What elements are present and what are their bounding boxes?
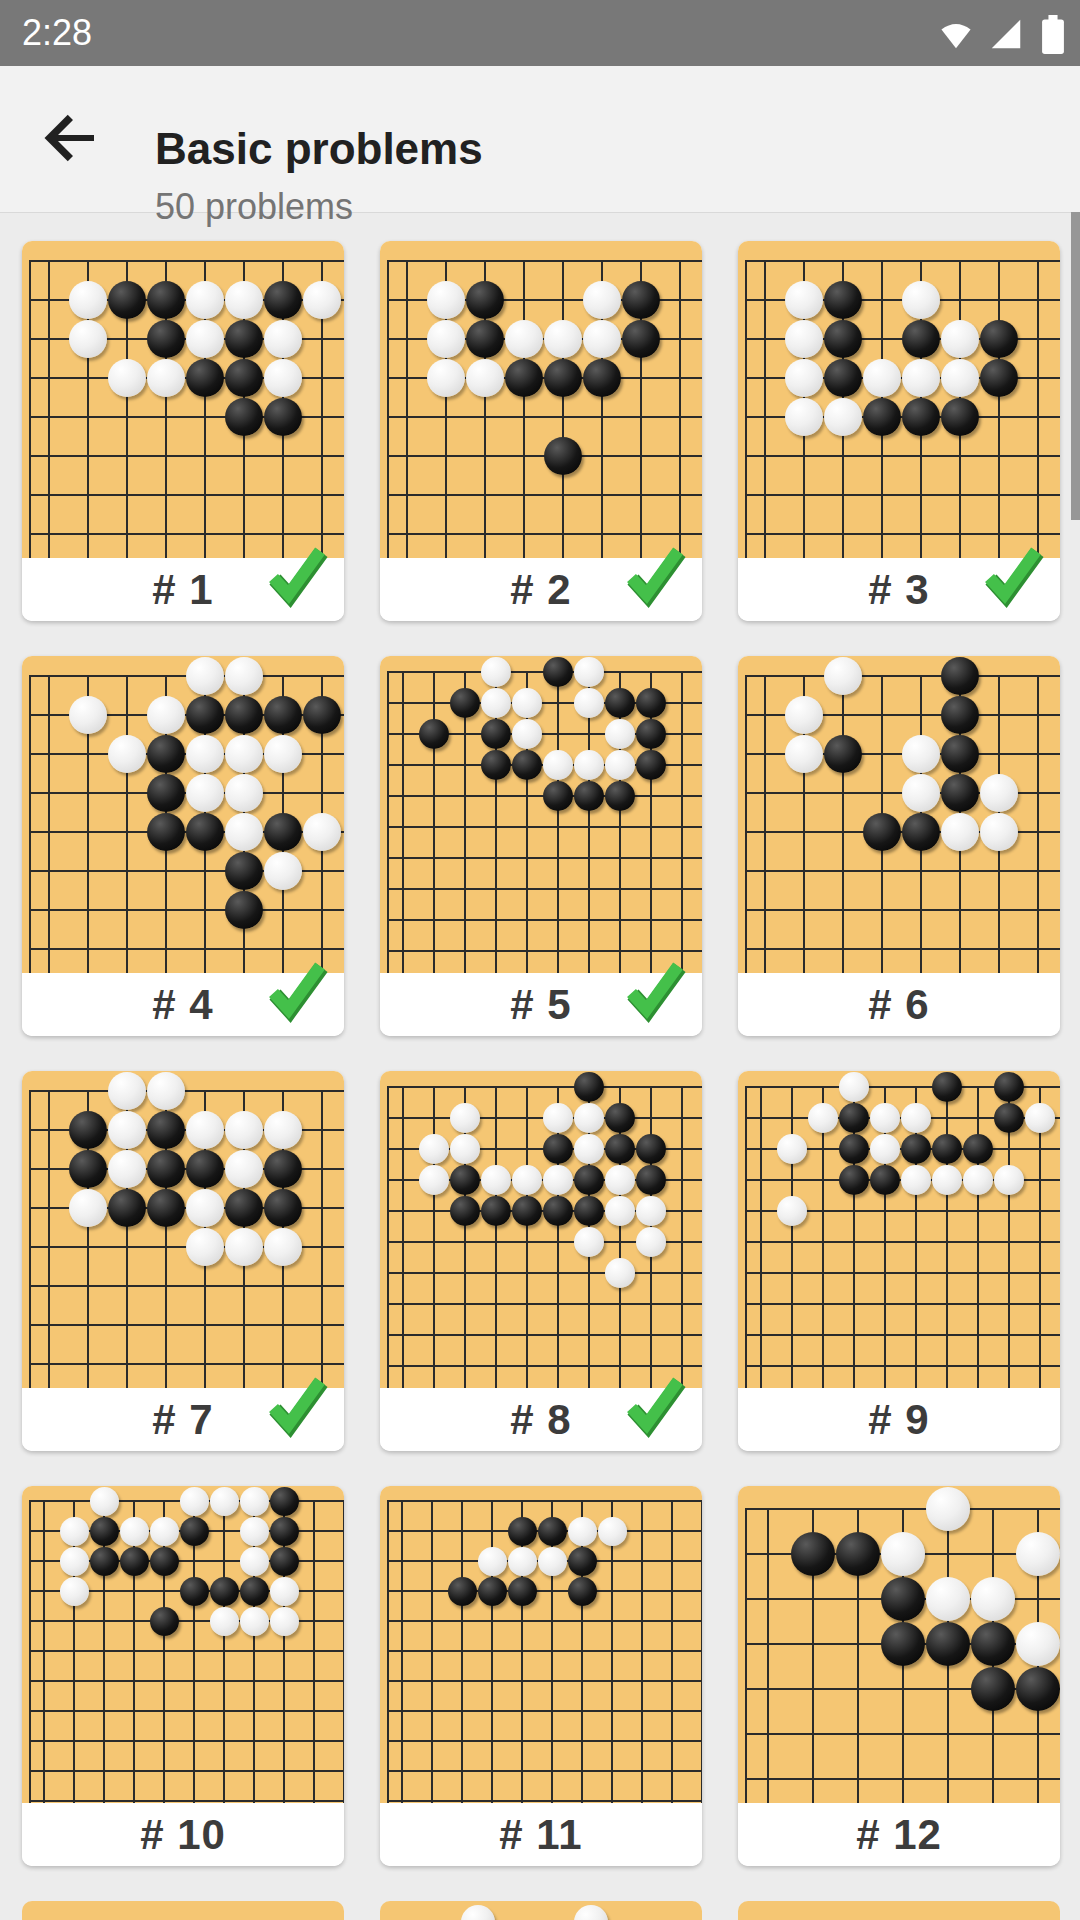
white-stone	[108, 1072, 146, 1110]
go-board	[22, 1486, 344, 1803]
problem-strip: # 12	[738, 1803, 1060, 1866]
black-stone	[186, 359, 224, 397]
white-stone	[69, 320, 107, 358]
grid-line	[387, 1500, 702, 1502]
black-stone	[583, 359, 621, 397]
problem-grid: # 1# 2# 3# 4# 5# 6# 7# 8# 9# 10# 11# 12	[0, 212, 1080, 1920]
board-edge-line	[387, 672, 389, 974]
board-edge-line	[745, 1087, 747, 1389]
white-stone	[186, 774, 224, 812]
white-stone	[512, 719, 542, 749]
board-edge-line	[29, 1501, 31, 1803]
white-stone	[605, 1196, 635, 1226]
problem-label: # 4	[152, 981, 213, 1029]
grid-line	[791, 1086, 793, 1389]
grid-line	[745, 870, 1060, 872]
white-stone	[785, 320, 823, 358]
black-stone	[839, 1165, 869, 1195]
board-edge-line	[29, 1091, 31, 1389]
grid-line	[1037, 260, 1039, 559]
white-stone	[512, 1165, 542, 1195]
grid-line	[29, 1285, 344, 1287]
white-stone	[505, 320, 543, 358]
white-stone	[270, 1607, 299, 1636]
white-stone	[450, 1134, 480, 1164]
grid-line	[387, 1272, 702, 1274]
grid-line	[495, 1086, 497, 1389]
board-edge-line	[387, 261, 389, 559]
black-stone	[839, 1103, 869, 1133]
white-stone	[186, 1228, 224, 1266]
white-stone	[186, 281, 224, 319]
white-stone	[636, 1196, 666, 1226]
white-stone	[508, 1547, 537, 1576]
solved-check-icon	[618, 1369, 690, 1441]
black-stone	[994, 1103, 1024, 1133]
black-stone	[147, 774, 185, 812]
white-stone	[186, 1111, 224, 1149]
black-stone	[270, 1547, 299, 1576]
white-stone	[902, 735, 940, 773]
white-stone	[108, 1111, 146, 1149]
grid-line	[387, 1590, 702, 1592]
white-stone	[636, 1227, 666, 1257]
black-stone	[147, 320, 185, 358]
grid-line	[387, 1086, 702, 1088]
white-stone	[210, 1607, 239, 1636]
black-stone	[941, 774, 979, 812]
white-stone	[225, 1150, 263, 1188]
black-stone	[791, 1532, 835, 1576]
black-stone	[543, 1196, 573, 1226]
black-stone	[605, 1103, 635, 1133]
black-stone	[69, 1111, 107, 1149]
problem-card-partial[interactable]	[22, 1901, 344, 1920]
black-stone	[186, 696, 224, 734]
white-stone	[574, 1134, 604, 1164]
black-stone	[225, 696, 263, 734]
black-stone	[543, 1134, 573, 1164]
white-stone	[926, 1577, 970, 1621]
grid-line	[29, 1710, 344, 1712]
grid-line	[745, 494, 1060, 496]
grid-line	[29, 1650, 344, 1652]
white-stone	[980, 813, 1018, 851]
status-bar: 2:28	[0, 0, 1080, 66]
black-stone	[180, 1577, 209, 1606]
black-stone	[824, 735, 862, 773]
black-stone	[120, 1547, 149, 1576]
grid-line	[998, 260, 1000, 559]
board-edge-line	[29, 676, 31, 974]
black-stone	[147, 813, 185, 851]
black-stone	[605, 1134, 635, 1164]
white-stone	[69, 1189, 107, 1227]
white-stone	[108, 1150, 146, 1188]
clock: 2:28	[22, 12, 92, 54]
white-stone	[808, 1103, 838, 1133]
board-edge-line	[387, 1087, 389, 1389]
black-stone	[225, 852, 263, 890]
problem-card-11[interactable]: # 11	[380, 1486, 702, 1866]
black-stone	[450, 1165, 480, 1195]
white-stone	[605, 1165, 635, 1195]
black-stone	[839, 1134, 869, 1164]
white-stone	[90, 1487, 119, 1516]
black-stone	[466, 320, 504, 358]
black-stone	[147, 1189, 185, 1227]
problem-label: # 10	[140, 1811, 226, 1859]
white-stone	[941, 813, 979, 851]
grid-line	[946, 1086, 948, 1389]
problem-label: # 9	[868, 1396, 929, 1444]
go-board	[738, 1071, 1060, 1388]
white-stone	[481, 688, 511, 718]
problem-label: # 2	[510, 566, 571, 614]
black-stone	[303, 696, 341, 734]
white-stone	[225, 735, 263, 773]
white-stone	[180, 1487, 209, 1516]
grid-line	[402, 671, 404, 974]
black-stone	[90, 1517, 119, 1546]
black-stone	[478, 1577, 507, 1606]
black-stone	[264, 1189, 302, 1227]
grid-line	[387, 1680, 702, 1682]
grid-line	[48, 1090, 50, 1389]
problem-card-1[interactable]: # 1	[22, 241, 344, 621]
white-stone	[574, 1227, 604, 1257]
black-stone	[264, 1150, 302, 1188]
battery-icon	[1040, 15, 1066, 55]
grid-line	[1037, 675, 1039, 974]
grid-line	[745, 1241, 1060, 1243]
grid-line	[29, 1090, 344, 1092]
white-stone	[481, 1165, 511, 1195]
grid-line	[745, 1365, 1060, 1367]
back-button[interactable]	[34, 102, 106, 174]
solved-check-icon	[260, 539, 332, 611]
black-stone	[264, 813, 302, 851]
grid-line	[29, 1740, 344, 1742]
white-stone	[574, 1103, 604, 1133]
white-stone	[902, 281, 940, 319]
problem-card-7[interactable]: # 7	[22, 1071, 344, 1451]
problem-strip: # 6	[738, 973, 1060, 1036]
grid-line	[387, 888, 702, 890]
grid-line	[745, 1272, 1060, 1274]
white-stone	[108, 735, 146, 773]
grid-line	[679, 260, 681, 559]
black-stone	[544, 437, 582, 475]
black-stone	[902, 320, 940, 358]
problem-label: # 5	[510, 981, 571, 1029]
white-stone	[574, 1905, 608, 1920]
white-stone	[785, 696, 823, 734]
white-stone	[60, 1577, 89, 1606]
white-stone	[1016, 1622, 1060, 1666]
go-board	[22, 241, 344, 558]
grid-line	[526, 1086, 528, 1389]
white-stone	[901, 1103, 931, 1133]
problem-card-12[interactable]: # 12	[738, 1486, 1060, 1866]
grid-line	[764, 260, 766, 559]
black-stone	[186, 813, 224, 851]
black-stone	[508, 1577, 537, 1606]
problem-card-8[interactable]: # 8	[380, 1071, 702, 1451]
black-stone	[481, 719, 511, 749]
white-stone	[926, 1487, 970, 1531]
white-stone	[264, 1228, 302, 1266]
white-stone	[544, 320, 582, 358]
problem-label: # 8	[510, 1396, 571, 1444]
black-stone	[538, 1517, 567, 1546]
page-title: Basic problems	[155, 124, 483, 174]
white-stone	[863, 359, 901, 397]
problem-card-4[interactable]: # 4	[22, 656, 344, 1036]
problem-label: # 3	[868, 566, 929, 614]
black-stone	[881, 1577, 925, 1621]
white-stone	[419, 1134, 449, 1164]
black-stone	[150, 1547, 179, 1576]
grid-line	[387, 1710, 702, 1712]
white-stone	[543, 1165, 573, 1195]
white-stone	[225, 1228, 263, 1266]
white-stone	[60, 1547, 89, 1576]
grid-line	[387, 260, 702, 262]
grid-line	[29, 1770, 344, 1772]
grid-line	[387, 1650, 702, 1652]
black-stone	[941, 735, 979, 773]
grid-line	[406, 260, 408, 559]
grid-line	[387, 857, 702, 859]
grid-line	[681, 671, 683, 974]
black-stone	[225, 359, 263, 397]
grid-line	[387, 1365, 702, 1367]
white-stone	[1025, 1103, 1055, 1133]
grid-line	[387, 1740, 702, 1742]
white-stone	[147, 1072, 185, 1110]
grid-line	[29, 533, 344, 535]
white-stone	[264, 735, 302, 773]
black-stone	[941, 398, 979, 436]
black-stone	[870, 1165, 900, 1195]
black-stone	[512, 1196, 542, 1226]
black-stone	[574, 781, 604, 811]
black-stone	[901, 1134, 931, 1164]
grid-line	[387, 1303, 702, 1305]
grid-line	[126, 675, 128, 974]
black-stone	[941, 696, 979, 734]
black-stone	[544, 359, 582, 397]
white-stone	[60, 1517, 89, 1546]
black-stone	[543, 781, 573, 811]
solved-check-icon	[618, 539, 690, 611]
white-stone	[963, 1165, 993, 1195]
white-stone	[777, 1196, 807, 1226]
grid-line	[433, 671, 435, 974]
black-stone	[264, 398, 302, 436]
black-stone	[636, 1165, 666, 1195]
white-stone	[605, 1258, 635, 1288]
white-stone	[902, 774, 940, 812]
grid-line	[387, 826, 702, 828]
black-stone	[574, 1072, 604, 1102]
white-stone	[225, 281, 263, 319]
white-stone	[870, 1103, 900, 1133]
black-stone	[971, 1667, 1015, 1711]
grid-line	[48, 260, 50, 559]
problem-card-3[interactable]: # 3	[738, 241, 1060, 621]
black-stone	[902, 813, 940, 851]
white-stone	[240, 1517, 269, 1546]
white-stone	[785, 359, 823, 397]
white-stone	[225, 774, 263, 812]
grid-line	[29, 1800, 344, 1802]
black-stone	[481, 1196, 511, 1226]
problem-label: # 6	[868, 981, 929, 1029]
grid-line	[29, 909, 344, 911]
go-board	[738, 656, 1060, 973]
go-board	[22, 1071, 344, 1388]
black-stone	[863, 813, 901, 851]
white-stone	[785, 281, 823, 319]
white-stone	[240, 1607, 269, 1636]
grid-line	[745, 1508, 1060, 1510]
white-stone	[419, 1165, 449, 1195]
problem-strip: # 11	[380, 1803, 702, 1866]
solved-check-icon	[618, 954, 690, 1026]
problem-label: # 11	[499, 1811, 582, 1859]
white-stone	[839, 1072, 869, 1102]
grid-line	[745, 533, 1060, 535]
black-stone	[605, 688, 635, 718]
white-stone	[150, 1517, 179, 1546]
black-stone	[636, 688, 666, 718]
white-stone	[824, 657, 862, 695]
grid-line	[433, 1086, 435, 1389]
white-stone	[777, 1134, 807, 1164]
black-stone	[512, 750, 542, 780]
white-stone	[941, 359, 979, 397]
white-stone	[932, 1165, 962, 1195]
board-edge-line	[387, 1501, 389, 1803]
black-stone	[108, 281, 146, 319]
white-stone	[481, 657, 511, 687]
black-stone	[636, 750, 666, 780]
white-stone	[574, 750, 604, 780]
white-stone	[785, 735, 823, 773]
white-stone	[303, 813, 341, 851]
black-stone	[926, 1622, 970, 1666]
black-stone	[225, 891, 263, 929]
signal-icon	[986, 15, 1026, 53]
white-stone	[971, 1577, 1015, 1621]
board-edge-line	[745, 261, 747, 559]
white-stone	[478, 1547, 507, 1576]
white-stone	[583, 281, 621, 319]
black-stone	[824, 281, 862, 319]
black-stone	[147, 735, 185, 773]
grid-line	[681, 1086, 683, 1389]
black-stone	[636, 719, 666, 749]
grid-line	[745, 1303, 1060, 1305]
go-board	[380, 1486, 702, 1803]
grid-line	[387, 950, 702, 952]
white-stone	[225, 813, 263, 851]
white-stone	[264, 320, 302, 358]
black-stone	[147, 1111, 185, 1149]
black-stone	[971, 1622, 1015, 1666]
problem-card-9[interactable]: # 9	[738, 1071, 1060, 1451]
grid-line	[387, 416, 702, 418]
black-stone	[568, 1577, 597, 1606]
white-stone	[147, 359, 185, 397]
white-stone	[598, 1517, 627, 1546]
black-stone	[605, 781, 635, 811]
black-stone	[881, 1622, 925, 1666]
black-stone	[932, 1134, 962, 1164]
problem-card-partial[interactable]	[380, 1901, 702, 1920]
grid-line	[745, 1778, 1060, 1780]
black-stone	[543, 657, 573, 687]
solved-check-icon	[260, 1369, 332, 1441]
black-stone	[902, 398, 940, 436]
grid-line	[745, 948, 1060, 950]
black-stone	[574, 1196, 604, 1226]
solved-check-icon	[976, 539, 1048, 611]
grid-line	[29, 948, 344, 950]
problem-card-partial[interactable]	[738, 1901, 1060, 1920]
black-stone	[180, 1517, 209, 1546]
white-stone	[538, 1547, 567, 1576]
go-board	[738, 241, 1060, 558]
white-stone	[225, 657, 263, 695]
problem-strip: # 9	[738, 1388, 1060, 1451]
black-stone	[210, 1577, 239, 1606]
black-stone	[980, 320, 1018, 358]
grid-line	[760, 1086, 762, 1389]
grid-line	[387, 1620, 702, 1622]
grid-line	[29, 1363, 344, 1365]
problem-card-6[interactable]: # 6	[738, 656, 1060, 1036]
black-stone	[90, 1547, 119, 1576]
problem-card-5[interactable]: # 5	[380, 656, 702, 1036]
scrollbar[interactable]	[1071, 212, 1080, 520]
white-stone	[583, 320, 621, 358]
white-stone	[466, 359, 504, 397]
problem-card-2[interactable]: # 2	[380, 241, 702, 621]
white-stone	[186, 735, 224, 773]
white-stone	[69, 281, 107, 319]
black-stone	[450, 688, 480, 718]
black-stone	[980, 359, 1018, 397]
black-stone	[225, 1189, 263, 1227]
black-stone	[150, 1607, 179, 1636]
go-board	[380, 656, 702, 973]
grid-line	[745, 1334, 1060, 1336]
grid-line	[29, 1324, 344, 1326]
problem-card-10[interactable]: # 10	[22, 1486, 344, 1866]
black-stone	[836, 1532, 880, 1576]
black-stone	[450, 1196, 480, 1226]
white-stone	[264, 1111, 302, 1149]
white-stone	[824, 398, 862, 436]
grid-line	[402, 1086, 404, 1389]
black-stone	[824, 320, 862, 358]
black-stone	[636, 1134, 666, 1164]
white-stone	[605, 719, 635, 749]
white-stone	[1016, 1532, 1060, 1576]
